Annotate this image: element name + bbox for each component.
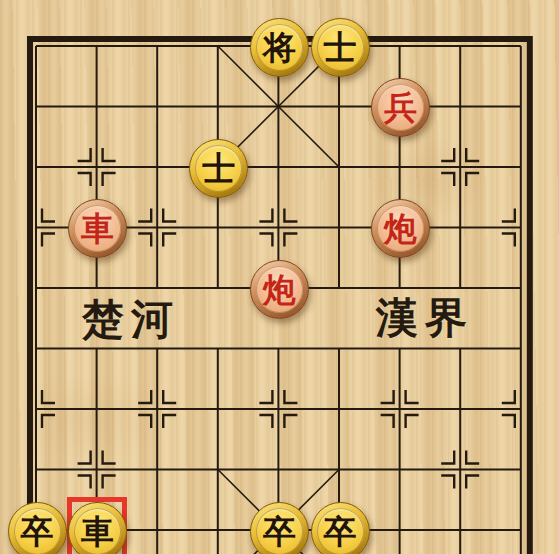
piece-black-soldier[interactable]: 卒 — [250, 502, 309, 554]
piece-face: 士 — [317, 24, 364, 71]
piece-face: 炮 — [377, 205, 424, 252]
piece-face: 士 — [195, 145, 242, 192]
piece-face: 車 — [74, 205, 121, 252]
piece-black-advisor[interactable]: 士 — [311, 18, 370, 77]
piece-black-soldier[interactable]: 卒 — [311, 502, 370, 554]
piece-black-advisor[interactable]: 士 — [189, 139, 248, 198]
piece-face: 車 — [74, 508, 121, 554]
piece-face: 卒 — [317, 508, 364, 554]
piece-face: 炮 — [256, 266, 303, 313]
river-label-han-jie: 漢界 — [376, 297, 474, 339]
piece-red-cannon[interactable]: 炮 — [371, 199, 430, 258]
piece-face: 兵 — [377, 84, 424, 131]
piece-red-soldier[interactable]: 兵 — [371, 78, 430, 137]
piece-face: 将 — [256, 24, 303, 71]
piece-black-soldier[interactable]: 卒 — [8, 502, 67, 554]
xiangqi-board[interactable]: 楚河 漢界 将士兵士車炮炮卒車卒卒 — [0, 0, 559, 554]
piece-black-general[interactable]: 将 — [250, 18, 309, 77]
river-label-chu-he: 楚河 — [82, 299, 180, 341]
piece-red-chariot[interactable]: 車 — [68, 199, 127, 258]
piece-face: 卒 — [256, 508, 303, 554]
piece-face: 卒 — [14, 508, 61, 554]
piece-red-cannon[interactable]: 炮 — [250, 260, 309, 319]
